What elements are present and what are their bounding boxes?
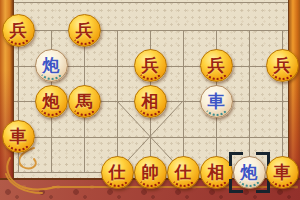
piece-black-cannon[interactable]: 炮	[233, 156, 266, 189]
grid-line-horizontal	[14, 137, 288, 138]
piece-glyph: 車	[274, 164, 291, 181]
piece-disc: 仕	[167, 156, 200, 189]
piece-glyph: 車	[208, 93, 225, 110]
piece-black-chariot[interactable]: 車	[200, 85, 233, 118]
piece-black-cannon[interactable]: 炮	[35, 49, 68, 82]
piece-disc: 兵	[2, 14, 35, 47]
piece-glyph: 炮	[241, 164, 258, 181]
piece-disc: 兵	[266, 49, 299, 82]
xiangqi-board[interactable]: 兵兵炮兵兵兵炮馬相車車仕帥仕相炮車	[13, 0, 289, 178]
piece-glyph: 帥	[142, 164, 159, 181]
piece-red-chariot[interactable]: 車	[2, 120, 35, 153]
piece-glyph: 兵	[274, 57, 291, 74]
piece-glyph: 兵	[142, 57, 159, 74]
piece-red-advisor[interactable]: 仕	[167, 156, 200, 189]
piece-red-soldier[interactable]: 兵	[266, 49, 299, 82]
piece-disc: 仕	[101, 156, 134, 189]
piece-glyph: 兵	[76, 22, 93, 39]
piece-glyph: 仕	[109, 164, 126, 181]
piece-red-soldier[interactable]: 兵	[200, 49, 233, 82]
piece-disc: 車	[266, 156, 299, 189]
piece-red-cannon[interactable]: 炮	[35, 85, 68, 118]
piece-glyph: 相	[208, 164, 225, 181]
piece-disc: 炮	[35, 85, 68, 118]
piece-glyph: 兵	[10, 22, 27, 39]
piece-red-elephant[interactable]: 相	[134, 85, 167, 118]
piece-glyph: 炮	[43, 57, 60, 74]
piece-disc: 相	[134, 85, 167, 118]
piece-disc: 兵	[200, 49, 233, 82]
piece-glyph: 馬	[76, 93, 93, 110]
piece-red-soldier[interactable]: 兵	[2, 14, 35, 47]
piece-red-general[interactable]: 帥	[134, 156, 167, 189]
piece-disc: 炮	[35, 49, 68, 82]
piece-disc: 兵	[134, 49, 167, 82]
piece-red-soldier[interactable]: 兵	[134, 49, 167, 82]
piece-glyph: 仕	[175, 164, 192, 181]
piece-disc: 炮	[233, 156, 266, 189]
piece-disc: 帥	[134, 156, 167, 189]
piece-red-horse[interactable]: 馬	[68, 85, 101, 118]
piece-glyph: 相	[142, 93, 159, 110]
piece-disc: 車	[2, 120, 35, 153]
piece-disc: 兵	[68, 14, 101, 47]
piece-red-advisor[interactable]: 仕	[101, 156, 134, 189]
piece-red-soldier[interactable]: 兵	[68, 14, 101, 47]
piece-glyph: 炮	[43, 93, 60, 110]
piece-glyph: 車	[10, 128, 27, 145]
piece-glyph: 兵	[208, 57, 225, 74]
grid-line-horizontal	[14, 30, 288, 31]
xiangqi-game-screen: 兵兵炮兵兵兵炮馬相車車仕帥仕相炮車	[0, 0, 300, 200]
piece-red-chariot[interactable]: 車	[266, 156, 299, 189]
piece-disc: 馬	[68, 85, 101, 118]
piece-disc: 車	[200, 85, 233, 118]
